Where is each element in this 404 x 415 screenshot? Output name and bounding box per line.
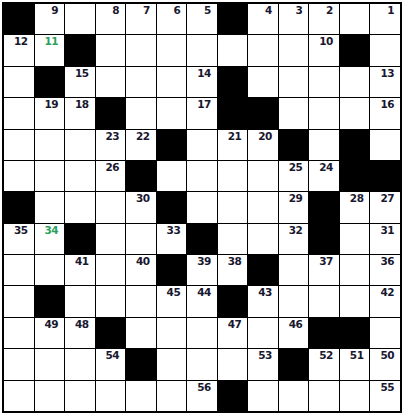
cell-r2c13[interactable] [370,35,400,65]
clue-number-44: 44 [197,286,211,299]
clue-number-34: 34 [44,224,58,237]
clue-number-22: 22 [136,130,150,143]
cell-r3c1[interactable] [4,67,34,97]
cell-r11c2[interactable]: 49 [35,318,65,348]
cell-r2c1[interactable]: 12 [4,35,34,65]
black-cell-r11c12 [340,318,370,348]
cell-r13c9[interactable] [248,381,278,411]
cell-r2c2[interactable]: 11 [35,35,65,65]
clue-number-23: 23 [106,130,120,143]
cell-r4c1[interactable] [4,98,34,128]
cell-r7c13[interactable]: 27 [370,192,400,222]
black-cell-r9c6 [157,255,187,285]
cell-r9c10[interactable] [279,255,309,285]
cell-r11c1[interactable] [4,318,34,348]
cell-r4c7[interactable]: 17 [187,98,217,128]
cell-r13c4[interactable] [96,381,126,411]
black-cell-r5c10 [279,130,309,160]
cell-r1c5[interactable]: 7 [126,4,156,34]
cell-r8c2[interactable]: 34 [35,224,65,254]
cell-r4c13[interactable]: 16 [370,98,400,128]
cell-r13c2[interactable] [35,381,65,411]
cell-r5c1[interactable] [4,130,34,160]
cell-r1c11[interactable]: 2 [309,4,339,34]
black-cell-r6c13 [370,161,400,191]
clue-number-40: 40 [136,255,150,268]
black-cell-r12c10 [279,349,309,379]
cell-r2c4[interactable] [96,35,126,65]
clue-number-56: 56 [197,381,211,394]
cell-r9c12[interactable] [340,255,370,285]
black-cell-r4c9 [248,98,278,128]
cell-r7c4[interactable] [96,192,126,222]
cell-r8c13[interactable]: 31 [370,224,400,254]
clue-number-15: 15 [75,67,89,80]
cell-r3c13[interactable]: 13 [370,67,400,97]
cell-r6c9[interactable] [248,161,278,191]
clue-number-17: 17 [197,98,211,111]
black-cell-r8c3 [65,224,95,254]
cell-r11c10[interactable]: 46 [279,318,309,348]
black-cell-r4c4 [96,98,126,128]
clue-number-39: 39 [197,255,211,268]
clue-number-51: 51 [350,349,364,362]
crossword-page: 9876543211211101514131918171623222120262… [0,0,404,415]
cell-r6c11[interactable]: 24 [309,161,339,191]
cell-r1c12[interactable] [340,4,370,34]
cell-r7c9[interactable] [248,192,278,222]
cell-r12c2[interactable] [35,349,65,379]
clue-number-9: 9 [51,4,58,17]
cell-r12c12[interactable]: 51 [340,349,370,379]
cell-r2c5[interactable] [126,35,156,65]
clue-number-30: 30 [136,192,150,205]
cell-r4c5[interactable] [126,98,156,128]
cell-r13c13[interactable]: 55 [370,381,400,411]
clue-number-41: 41 [75,255,89,268]
cell-r2c9[interactable] [248,35,278,65]
clue-number-5: 5 [204,4,211,17]
cell-r7c10[interactable]: 29 [279,192,309,222]
black-cell-r5c6 [157,130,187,160]
cell-r6c10[interactable]: 25 [279,161,309,191]
clue-number-13: 13 [380,67,394,80]
cell-r1c2[interactable]: 9 [35,4,65,34]
cell-r9c1[interactable] [4,255,34,285]
cell-r8c4[interactable] [96,224,126,254]
clue-number-26: 26 [106,161,120,174]
cell-r11c7[interactable] [187,318,217,348]
cell-r12c4[interactable]: 54 [96,349,126,379]
cell-r7c2[interactable] [35,192,65,222]
cell-r10c7[interactable]: 44 [187,286,217,316]
cell-r5c9[interactable]: 20 [248,130,278,160]
clue-number-52: 52 [319,349,333,362]
cell-r5c8[interactable]: 21 [218,130,248,160]
cell-r5c5[interactable]: 22 [126,130,156,160]
cell-r3c10[interactable] [279,67,309,97]
cell-r5c2[interactable] [35,130,65,160]
cell-r7c12[interactable]: 28 [340,192,370,222]
cell-r10c4[interactable] [96,286,126,316]
cell-r11c9[interactable] [248,318,278,348]
cell-r8c1[interactable]: 35 [4,224,34,254]
black-cell-r3c2 [35,67,65,97]
cell-r7c3[interactable] [65,192,95,222]
cell-r9c7[interactable]: 39 [187,255,217,285]
cell-r9c4[interactable] [96,255,126,285]
cell-r2c8[interactable] [218,35,248,65]
cell-r7c8[interactable] [218,192,248,222]
clue-number-49: 49 [44,318,58,331]
cell-r13c11[interactable] [309,381,339,411]
black-cell-r8c7 [187,224,217,254]
clue-number-16: 16 [380,98,394,111]
clue-number-4: 4 [265,4,272,17]
cell-r11c3[interactable]: 48 [65,318,95,348]
black-cell-r6c5 [126,161,156,191]
clue-number-28: 28 [350,192,364,205]
black-cell-r7c6 [157,192,187,222]
black-cell-r13c8 [218,381,248,411]
cell-r10c1[interactable] [4,286,34,316]
clue-number-38: 38 [228,255,242,268]
cell-r5c11[interactable] [309,130,339,160]
black-cell-r12c5 [126,349,156,379]
cell-r1c7[interactable]: 5 [187,4,217,34]
cell-r9c11[interactable]: 37 [309,255,339,285]
cell-r12c8[interactable] [218,349,248,379]
cell-r3c5[interactable] [126,67,156,97]
black-cell-r11c4 [96,318,126,348]
black-cell-r7c1 [4,192,34,222]
cell-r12c11[interactable]: 52 [309,349,339,379]
cell-r8c5[interactable] [126,224,156,254]
cell-r3c3[interactable]: 15 [65,67,95,97]
cell-r7c5[interactable]: 30 [126,192,156,222]
clue-number-45: 45 [167,286,181,299]
clue-number-21: 21 [228,130,242,143]
cell-r13c12[interactable] [340,381,370,411]
cell-r13c5[interactable] [126,381,156,411]
cell-r4c11[interactable] [309,98,339,128]
cell-r13c6[interactable] [157,381,187,411]
clue-number-31: 31 [380,224,394,237]
cell-r8c10[interactable]: 32 [279,224,309,254]
clue-number-7: 7 [143,4,150,17]
clue-number-25: 25 [289,161,303,174]
cell-r11c6[interactable] [157,318,187,348]
cell-r6c6[interactable] [157,161,187,191]
cell-r7c7[interactable] [187,192,217,222]
cell-r2c6[interactable] [157,35,187,65]
cell-r5c7[interactable] [187,130,217,160]
cell-r11c8[interactable]: 47 [218,318,248,348]
cell-r1c6[interactable]: 6 [157,4,187,34]
cell-r9c8[interactable]: 38 [218,255,248,285]
clue-number-8: 8 [112,4,119,17]
cell-r8c6[interactable]: 33 [157,224,187,254]
cell-r8c8[interactable] [218,224,248,254]
clue-number-19: 19 [44,98,58,111]
clue-number-2: 2 [326,4,333,17]
black-cell-r4c8 [218,98,248,128]
cell-r4c3[interactable]: 18 [65,98,95,128]
cell-r6c1[interactable] [4,161,34,191]
cell-r10c13[interactable]: 42 [370,286,400,316]
cell-r5c4[interactable]: 23 [96,130,126,160]
black-cell-r2c3 [65,35,95,65]
cell-r9c5[interactable]: 40 [126,255,156,285]
cell-r11c13[interactable] [370,318,400,348]
cell-r5c13[interactable] [370,130,400,160]
cell-r1c4[interactable]: 8 [96,4,126,34]
cell-r8c9[interactable] [248,224,278,254]
black-cell-r11c11 [309,318,339,348]
black-cell-r1c8 [218,4,248,34]
cell-r10c11[interactable] [309,286,339,316]
cell-r10c10[interactable] [279,286,309,316]
clue-number-32: 32 [289,224,303,237]
clue-number-47: 47 [228,318,242,331]
cell-r2c7[interactable] [187,35,217,65]
cell-r1c13[interactable]: 1 [370,4,400,34]
clue-number-48: 48 [75,318,89,331]
clue-number-27: 27 [380,192,394,205]
cell-r3c4[interactable] [96,67,126,97]
black-cell-r9c9 [248,255,278,285]
cell-r4c2[interactable]: 19 [35,98,65,128]
cell-r1c9[interactable]: 4 [248,4,278,34]
black-cell-r3c8 [218,67,248,97]
cell-r4c12[interactable] [340,98,370,128]
cell-r10c6[interactable]: 45 [157,286,187,316]
cell-r9c3[interactable]: 41 [65,255,95,285]
clue-number-53: 53 [258,349,272,362]
clue-number-29: 29 [289,192,303,205]
cell-r3c7[interactable]: 14 [187,67,217,97]
clue-number-42: 42 [380,286,394,299]
clue-number-14: 14 [197,67,211,80]
clue-number-3: 3 [296,4,303,17]
cell-r1c10[interactable]: 3 [279,4,309,34]
cell-r12c3[interactable] [65,349,95,379]
clue-number-46: 46 [289,318,303,331]
cell-r12c7[interactable] [187,349,217,379]
clue-number-35: 35 [14,224,28,237]
cell-r12c13[interactable]: 50 [370,349,400,379]
cell-r8c12[interactable] [340,224,370,254]
cell-r3c12[interactable] [340,67,370,97]
clue-number-54: 54 [106,349,120,362]
clue-number-6: 6 [173,4,180,17]
cell-r2c11[interactable]: 10 [309,35,339,65]
cell-r5c3[interactable] [65,130,95,160]
cell-r6c3[interactable] [65,161,95,191]
cell-r13c3[interactable] [65,381,95,411]
black-cell-r8c11 [309,224,339,254]
clue-number-1: 1 [387,4,394,17]
clue-number-10: 10 [319,35,333,48]
black-cell-r1c1 [4,4,34,34]
black-cell-r7c11 [309,192,339,222]
cell-r3c6[interactable] [157,67,187,97]
clue-number-18: 18 [75,98,89,111]
cell-r12c1[interactable] [4,349,34,379]
clue-number-11: 11 [44,35,58,48]
black-cell-r6c12 [340,161,370,191]
crossword-grid: 9876543211211101514131918171623222120262… [2,2,402,413]
cell-r6c2[interactable] [35,161,65,191]
cell-r3c11[interactable] [309,67,339,97]
cell-r9c13[interactable]: 36 [370,255,400,285]
cell-r6c8[interactable] [218,161,248,191]
cell-r3c9[interactable] [248,67,278,97]
cell-r10c5[interactable] [126,286,156,316]
cell-r13c1[interactable] [4,381,34,411]
cell-r6c4[interactable]: 26 [96,161,126,191]
black-cell-r2c12 [340,35,370,65]
cell-r9c2[interactable] [35,255,65,285]
cell-r13c7[interactable]: 56 [187,381,217,411]
cell-r10c9[interactable]: 43 [248,286,278,316]
cell-r10c12[interactable] [340,286,370,316]
clue-number-20: 20 [258,130,272,143]
clue-number-24: 24 [319,161,333,174]
cell-r12c9[interactable]: 53 [248,349,278,379]
cell-r2c10[interactable] [279,35,309,65]
cell-r13c10[interactable] [279,381,309,411]
clue-number-50: 50 [380,349,394,362]
black-cell-r5c12 [340,130,370,160]
cell-r4c10[interactable] [279,98,309,128]
cell-r4c6[interactable] [157,98,187,128]
clue-number-12: 12 [14,35,28,48]
cell-r6c7[interactable] [187,161,217,191]
clue-number-37: 37 [319,255,333,268]
cell-r12c6[interactable] [157,349,187,379]
cell-r1c3[interactable] [65,4,95,34]
black-cell-r10c8 [218,286,248,316]
cell-r11c5[interactable] [126,318,156,348]
clue-number-43: 43 [258,286,272,299]
clue-number-33: 33 [167,224,181,237]
clue-number-55: 55 [380,381,394,394]
cell-r10c3[interactable] [65,286,95,316]
black-cell-r10c2 [35,286,65,316]
clue-number-36: 36 [380,255,394,268]
